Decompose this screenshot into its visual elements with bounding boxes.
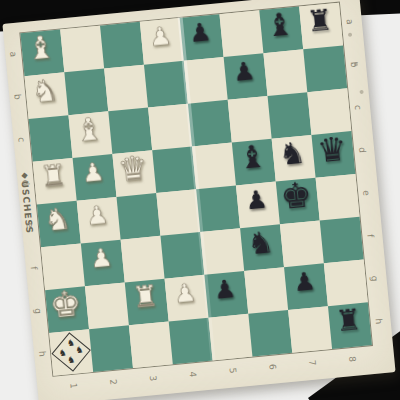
file-label-a: a [344, 16, 355, 27]
square-e8[interactable] [316, 174, 360, 221]
piece-white-b-a1[interactable]: ♝ [19, 25, 63, 72]
square-g2[interactable] [85, 283, 129, 330]
rank-label-5: 5 [227, 365, 238, 376]
rank-label-4: 4 [187, 369, 198, 380]
square-h5[interactable] [209, 314, 253, 361]
file-label-g: g [33, 305, 44, 316]
square-c4[interactable] [148, 104, 192, 151]
file-label-d: d [20, 177, 31, 188]
square-g6[interactable] [244, 267, 288, 314]
border-dot [348, 33, 352, 37]
square-h2[interactable] [89, 325, 133, 372]
file-label-e: e [361, 187, 372, 198]
piece-white-q-d3[interactable]: ♛ [111, 145, 155, 192]
file-label-b: b [348, 59, 359, 70]
logo-knight-icon: ♞ [65, 354, 77, 366]
piece-white-n-b1[interactable]: ♞ [23, 67, 67, 114]
file-label-f: f [365, 230, 376, 241]
file-label-b: b [12, 91, 23, 102]
square-d5[interactable] [192, 143, 236, 190]
piece-black-n-f6[interactable]: ♞ [239, 219, 283, 266]
piece-white-p-a4[interactable]: ♟ [138, 13, 182, 60]
square-f8[interactable] [320, 217, 364, 264]
piece-white-b-c2[interactable]: ♝ [67, 106, 111, 153]
piece-white-k-g1[interactable]: ♚ [44, 281, 88, 328]
piece-white-r-d1[interactable]: ♜ [31, 153, 75, 200]
square-e5[interactable] [196, 185, 240, 232]
rank-label-1: 1 [68, 380, 79, 391]
piece-black-p-a5[interactable]: ♟ [178, 9, 222, 56]
piece-black-q-d8[interactable]: ♛ [310, 126, 354, 173]
square-b8[interactable] [303, 45, 347, 92]
piece-white-r-g3[interactable]: ♜ [123, 274, 167, 321]
file-label-h: h [373, 315, 384, 326]
photo-stage: ◆USCHESS ♞♞♞♞ ♝♞♜♞♚♝♟♟♟♛♜♟♟♟♟♟♝♟♞♝♞♚♟♜♛♜… [0, 0, 400, 400]
file-label-h: h [37, 348, 48, 359]
piece-white-p-f2[interactable]: ♟ [79, 235, 123, 282]
square-h7[interactable] [288, 306, 332, 353]
square-h6[interactable] [248, 310, 292, 357]
rank-label-6: 6 [267, 361, 278, 372]
file-label-f: f [28, 262, 39, 273]
piece-white-n-e1[interactable]: ♞ [35, 196, 79, 243]
square-h3[interactable] [129, 321, 173, 368]
piece-black-n-d7[interactable]: ♞ [270, 130, 314, 177]
rank-label-7: 7 [307, 357, 318, 368]
piece-black-b-a7[interactable]: ♝ [258, 2, 302, 49]
square-b3[interactable] [104, 65, 148, 112]
file-label-c: c [353, 101, 364, 112]
piece-black-k-e7[interactable]: ♚ [274, 173, 318, 220]
square-b7[interactable] [263, 49, 307, 96]
square-b4[interactable] [144, 61, 188, 108]
file-label-d: d [357, 144, 368, 155]
piece-black-b-d6[interactable]: ♝ [230, 134, 274, 181]
piece-black-p-g7[interactable]: ♟ [283, 258, 327, 305]
piece-white-p-d2[interactable]: ♟ [71, 149, 115, 196]
square-d4[interactable] [152, 146, 196, 193]
piece-black-p-g5[interactable]: ♟ [203, 266, 247, 313]
square-a3[interactable] [100, 22, 144, 69]
file-label-c: c [16, 134, 27, 145]
square-h4[interactable] [169, 318, 213, 365]
rank-label-3: 3 [148, 373, 159, 384]
file-label-e: e [24, 219, 35, 230]
piece-white-p-e2[interactable]: ♟ [75, 192, 119, 239]
border-dot [359, 90, 363, 94]
chess-board: ◆USCHESS ♞♞♞♞ ♝♞♜♞♚♝♟♟♟♛♜♟♟♟♟♟♝♟♞♝♞♚♟♜♛♜… [2, 0, 395, 400]
piece-white-p-g4[interactable]: ♟ [163, 270, 207, 317]
piece-black-r-a8[interactable]: ♜ [298, 0, 342, 44]
piece-black-r-h8[interactable]: ♜ [326, 297, 370, 344]
square-e3[interactable] [117, 193, 161, 240]
square-e4[interactable] [156, 189, 200, 236]
square-b5[interactable] [184, 57, 228, 104]
piece-black-p-b6[interactable]: ♟ [222, 48, 266, 95]
rank-label-8: 8 [347, 354, 358, 365]
file-label-a: a [8, 48, 19, 59]
piece-black-p-e6[interactable]: ♟ [234, 177, 278, 224]
rank-label-2: 2 [108, 377, 119, 388]
file-label-g: g [369, 273, 380, 284]
square-c5[interactable] [188, 100, 232, 147]
square-a2[interactable] [60, 26, 104, 73]
